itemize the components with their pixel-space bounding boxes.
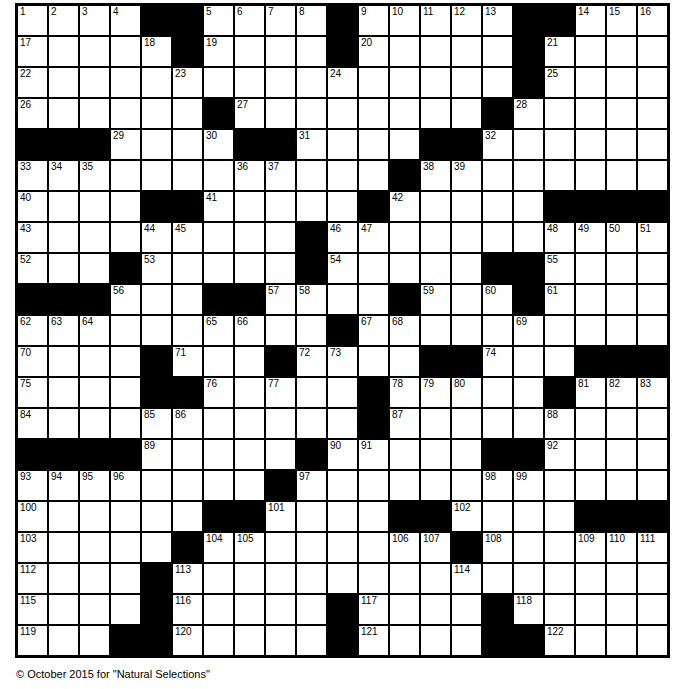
white-cell[interactable] [638, 316, 667, 345]
white-cell[interactable]: 79 [421, 378, 450, 407]
white-cell[interactable] [173, 502, 202, 531]
white-cell[interactable]: 53 [142, 254, 171, 283]
white-cell[interactable] [173, 99, 202, 128]
white-cell[interactable] [235, 192, 264, 221]
white-cell[interactable] [111, 37, 140, 66]
white-cell[interactable] [142, 285, 171, 314]
white-cell[interactable] [452, 626, 481, 655]
white-cell[interactable] [142, 99, 171, 128]
white-cell[interactable] [235, 564, 264, 593]
white-cell[interactable]: 41 [204, 192, 233, 221]
white-cell[interactable]: 114 [452, 564, 481, 593]
white-cell[interactable] [390, 347, 419, 376]
white-cell[interactable]: 113 [173, 564, 202, 593]
white-cell[interactable] [576, 68, 605, 97]
white-cell[interactable]: 1 [18, 6, 47, 35]
white-cell[interactable]: 15 [607, 6, 636, 35]
white-cell[interactable] [328, 533, 357, 562]
white-cell[interactable] [638, 409, 667, 438]
white-cell[interactable] [204, 471, 233, 500]
white-cell[interactable]: 52 [18, 254, 47, 283]
white-cell[interactable] [80, 192, 109, 221]
white-cell[interactable] [49, 347, 78, 376]
white-cell[interactable]: 118 [514, 595, 543, 624]
white-cell[interactable] [576, 409, 605, 438]
white-cell[interactable]: 39 [452, 161, 481, 190]
white-cell[interactable] [421, 192, 450, 221]
white-cell[interactable]: 91 [359, 440, 388, 469]
white-cell[interactable]: 58 [297, 285, 326, 314]
white-cell[interactable] [514, 533, 543, 562]
white-cell[interactable]: 30 [204, 130, 233, 159]
white-cell[interactable] [266, 595, 295, 624]
white-cell[interactable] [452, 440, 481, 469]
white-cell[interactable] [235, 254, 264, 283]
white-cell[interactable] [49, 502, 78, 531]
white-cell[interactable]: 64 [80, 316, 109, 345]
white-cell[interactable]: 63 [49, 316, 78, 345]
white-cell[interactable] [576, 37, 605, 66]
white-cell[interactable]: 2 [49, 6, 78, 35]
white-cell[interactable]: 59 [421, 285, 450, 314]
white-cell[interactable] [545, 130, 574, 159]
white-cell[interactable] [235, 223, 264, 252]
white-cell[interactable] [235, 68, 264, 97]
white-cell[interactable] [111, 192, 140, 221]
white-cell[interactable]: 9 [359, 6, 388, 35]
white-cell[interactable] [49, 533, 78, 562]
white-cell[interactable]: 35 [80, 161, 109, 190]
white-cell[interactable]: 56 [111, 285, 140, 314]
white-cell[interactable] [576, 99, 605, 128]
white-cell[interactable]: 11 [421, 6, 450, 35]
white-cell[interactable]: 75 [18, 378, 47, 407]
white-cell[interactable]: 5 [204, 6, 233, 35]
white-cell[interactable]: 16 [638, 6, 667, 35]
white-cell[interactable]: 50 [607, 223, 636, 252]
white-cell[interactable] [111, 378, 140, 407]
white-cell[interactable]: 73 [328, 347, 357, 376]
white-cell[interactable] [49, 254, 78, 283]
white-cell[interactable]: 105 [235, 533, 264, 562]
white-cell[interactable] [359, 254, 388, 283]
white-cell[interactable] [80, 533, 109, 562]
white-cell[interactable]: 48 [545, 223, 574, 252]
white-cell[interactable] [111, 564, 140, 593]
white-cell[interactable] [576, 595, 605, 624]
white-cell[interactable]: 49 [576, 223, 605, 252]
white-cell[interactable] [204, 161, 233, 190]
white-cell[interactable] [266, 564, 295, 593]
white-cell[interactable] [111, 533, 140, 562]
white-cell[interactable] [49, 192, 78, 221]
white-cell[interactable] [514, 223, 543, 252]
white-cell[interactable]: 108 [483, 533, 512, 562]
white-cell[interactable] [545, 316, 574, 345]
white-cell[interactable] [452, 99, 481, 128]
white-cell[interactable] [204, 595, 233, 624]
white-cell[interactable] [49, 409, 78, 438]
white-cell[interactable] [49, 68, 78, 97]
white-cell[interactable] [638, 285, 667, 314]
white-cell[interactable]: 100 [18, 502, 47, 531]
white-cell[interactable] [111, 409, 140, 438]
white-cell[interactable] [173, 254, 202, 283]
white-cell[interactable]: 94 [49, 471, 78, 500]
white-cell[interactable]: 61 [545, 285, 574, 314]
white-cell[interactable] [452, 37, 481, 66]
white-cell[interactable] [173, 161, 202, 190]
white-cell[interactable] [545, 161, 574, 190]
white-cell[interactable] [111, 316, 140, 345]
white-cell[interactable] [545, 533, 574, 562]
white-cell[interactable]: 55 [545, 254, 574, 283]
white-cell[interactable]: 71 [173, 347, 202, 376]
white-cell[interactable] [483, 378, 512, 407]
white-cell[interactable] [607, 471, 636, 500]
white-cell[interactable] [483, 409, 512, 438]
white-cell[interactable] [452, 316, 481, 345]
white-cell[interactable]: 25 [545, 68, 574, 97]
white-cell[interactable] [452, 68, 481, 97]
white-cell[interactable] [638, 130, 667, 159]
white-cell[interactable]: 110 [607, 533, 636, 562]
white-cell[interactable] [421, 254, 450, 283]
white-cell[interactable] [235, 471, 264, 500]
white-cell[interactable]: 43 [18, 223, 47, 252]
white-cell[interactable] [266, 626, 295, 655]
white-cell[interactable] [297, 316, 326, 345]
white-cell[interactable]: 120 [173, 626, 202, 655]
white-cell[interactable] [142, 161, 171, 190]
white-cell[interactable] [483, 37, 512, 66]
white-cell[interactable] [483, 502, 512, 531]
white-cell[interactable] [421, 37, 450, 66]
white-cell[interactable]: 83 [638, 378, 667, 407]
white-cell[interactable] [80, 378, 109, 407]
white-cell[interactable]: 90 [328, 440, 357, 469]
white-cell[interactable] [266, 254, 295, 283]
white-cell[interactable] [421, 68, 450, 97]
white-cell[interactable] [297, 626, 326, 655]
white-cell[interactable] [421, 595, 450, 624]
white-cell[interactable] [483, 316, 512, 345]
white-cell[interactable]: 60 [483, 285, 512, 314]
white-cell[interactable] [204, 223, 233, 252]
white-cell[interactable]: 87 [390, 409, 419, 438]
white-cell[interactable]: 111 [638, 533, 667, 562]
white-cell[interactable] [390, 130, 419, 159]
white-cell[interactable]: 7 [266, 6, 295, 35]
white-cell[interactable] [328, 192, 357, 221]
white-cell[interactable]: 119 [18, 626, 47, 655]
white-cell[interactable] [607, 99, 636, 128]
white-cell[interactable] [514, 564, 543, 593]
white-cell[interactable]: 72 [297, 347, 326, 376]
white-cell[interactable]: 28 [514, 99, 543, 128]
white-cell[interactable] [80, 595, 109, 624]
white-cell[interactable] [452, 471, 481, 500]
white-cell[interactable]: 88 [545, 409, 574, 438]
white-cell[interactable]: 57 [266, 285, 295, 314]
white-cell[interactable] [390, 68, 419, 97]
white-cell[interactable] [235, 626, 264, 655]
white-cell[interactable]: 40 [18, 192, 47, 221]
white-cell[interactable] [204, 254, 233, 283]
white-cell[interactable] [607, 626, 636, 655]
white-cell[interactable] [204, 626, 233, 655]
white-cell[interactable] [607, 254, 636, 283]
white-cell[interactable] [545, 347, 574, 376]
white-cell[interactable]: 65 [204, 316, 233, 345]
white-cell[interactable]: 22 [18, 68, 47, 97]
white-cell[interactable]: 81 [576, 378, 605, 407]
white-cell[interactable]: 77 [266, 378, 295, 407]
white-cell[interactable]: 122 [545, 626, 574, 655]
white-cell[interactable] [297, 192, 326, 221]
white-cell[interactable] [483, 223, 512, 252]
white-cell[interactable] [328, 99, 357, 128]
white-cell[interactable] [514, 502, 543, 531]
white-cell[interactable] [452, 595, 481, 624]
white-cell[interactable]: 4 [111, 6, 140, 35]
white-cell[interactable]: 13 [483, 6, 512, 35]
white-cell[interactable]: 37 [266, 161, 295, 190]
white-cell[interactable] [297, 378, 326, 407]
white-cell[interactable] [452, 192, 481, 221]
white-cell[interactable]: 10 [390, 6, 419, 35]
white-cell[interactable] [390, 254, 419, 283]
white-cell[interactable]: 27 [235, 99, 264, 128]
white-cell[interactable]: 12 [452, 6, 481, 35]
white-cell[interactable] [576, 440, 605, 469]
white-cell[interactable] [328, 285, 357, 314]
white-cell[interactable] [297, 37, 326, 66]
white-cell[interactable] [638, 99, 667, 128]
white-cell[interactable] [266, 37, 295, 66]
white-cell[interactable]: 74 [483, 347, 512, 376]
white-cell[interactable] [266, 440, 295, 469]
white-cell[interactable] [607, 68, 636, 97]
white-cell[interactable] [638, 564, 667, 593]
white-cell[interactable] [576, 471, 605, 500]
white-cell[interactable]: 115 [18, 595, 47, 624]
white-cell[interactable] [328, 130, 357, 159]
white-cell[interactable] [576, 254, 605, 283]
white-cell[interactable] [638, 595, 667, 624]
white-cell[interactable]: 33 [18, 161, 47, 190]
white-cell[interactable] [638, 440, 667, 469]
white-cell[interactable]: 85 [142, 409, 171, 438]
white-cell[interactable] [421, 409, 450, 438]
white-cell[interactable] [173, 130, 202, 159]
white-cell[interactable] [111, 223, 140, 252]
white-cell[interactable] [514, 130, 543, 159]
white-cell[interactable] [638, 471, 667, 500]
white-cell[interactable] [266, 192, 295, 221]
white-cell[interactable]: 96 [111, 471, 140, 500]
white-cell[interactable] [359, 285, 388, 314]
white-cell[interactable]: 109 [576, 533, 605, 562]
white-cell[interactable] [80, 564, 109, 593]
white-cell[interactable]: 62 [18, 316, 47, 345]
white-cell[interactable] [328, 564, 357, 593]
white-cell[interactable]: 3 [80, 6, 109, 35]
white-cell[interactable]: 104 [204, 533, 233, 562]
white-cell[interactable]: 31 [297, 130, 326, 159]
white-cell[interactable] [359, 533, 388, 562]
white-cell[interactable] [421, 564, 450, 593]
white-cell[interactable] [266, 533, 295, 562]
white-cell[interactable] [80, 99, 109, 128]
white-cell[interactable] [545, 595, 574, 624]
white-cell[interactable] [483, 68, 512, 97]
white-cell[interactable] [328, 502, 357, 531]
white-cell[interactable] [545, 471, 574, 500]
white-cell[interactable] [235, 409, 264, 438]
white-cell[interactable]: 45 [173, 223, 202, 252]
white-cell[interactable] [297, 409, 326, 438]
white-cell[interactable] [421, 99, 450, 128]
white-cell[interactable]: 89 [142, 440, 171, 469]
white-cell[interactable] [390, 99, 419, 128]
white-cell[interactable] [111, 161, 140, 190]
white-cell[interactable]: 26 [18, 99, 47, 128]
white-cell[interactable]: 20 [359, 37, 388, 66]
white-cell[interactable] [235, 378, 264, 407]
white-cell[interactable] [390, 471, 419, 500]
white-cell[interactable] [80, 347, 109, 376]
white-cell[interactable] [452, 285, 481, 314]
white-cell[interactable] [204, 347, 233, 376]
white-cell[interactable] [514, 161, 543, 190]
white-cell[interactable] [328, 409, 357, 438]
white-cell[interactable]: 84 [18, 409, 47, 438]
white-cell[interactable] [297, 564, 326, 593]
white-cell[interactable]: 14 [576, 6, 605, 35]
white-cell[interactable]: 98 [483, 471, 512, 500]
white-cell[interactable] [607, 564, 636, 593]
white-cell[interactable] [607, 37, 636, 66]
white-cell[interactable] [80, 626, 109, 655]
white-cell[interactable] [607, 161, 636, 190]
white-cell[interactable] [204, 564, 233, 593]
white-cell[interactable] [359, 564, 388, 593]
white-cell[interactable]: 6 [235, 6, 264, 35]
white-cell[interactable] [266, 99, 295, 128]
white-cell[interactable] [142, 130, 171, 159]
white-cell[interactable] [359, 99, 388, 128]
white-cell[interactable]: 32 [483, 130, 512, 159]
white-cell[interactable]: 76 [204, 378, 233, 407]
white-cell[interactable]: 38 [421, 161, 450, 190]
white-cell[interactable] [359, 68, 388, 97]
white-cell[interactable] [204, 440, 233, 469]
white-cell[interactable] [359, 471, 388, 500]
white-cell[interactable] [142, 68, 171, 97]
white-cell[interactable]: 69 [514, 316, 543, 345]
white-cell[interactable] [452, 409, 481, 438]
white-cell[interactable] [638, 161, 667, 190]
white-cell[interactable] [514, 409, 543, 438]
white-cell[interactable]: 99 [514, 471, 543, 500]
white-cell[interactable] [49, 595, 78, 624]
white-cell[interactable] [607, 316, 636, 345]
white-cell[interactable] [328, 378, 357, 407]
white-cell[interactable] [297, 533, 326, 562]
white-cell[interactable] [514, 347, 543, 376]
white-cell[interactable]: 23 [173, 68, 202, 97]
white-cell[interactable] [390, 37, 419, 66]
white-cell[interactable]: 112 [18, 564, 47, 593]
white-cell[interactable] [266, 223, 295, 252]
white-cell[interactable] [545, 564, 574, 593]
white-cell[interactable]: 46 [328, 223, 357, 252]
white-cell[interactable] [421, 626, 450, 655]
white-cell[interactable]: 117 [359, 595, 388, 624]
white-cell[interactable]: 95 [80, 471, 109, 500]
white-cell[interactable] [142, 316, 171, 345]
white-cell[interactable] [266, 68, 295, 97]
white-cell[interactable] [297, 595, 326, 624]
white-cell[interactable] [607, 285, 636, 314]
white-cell[interactable] [266, 409, 295, 438]
white-cell[interactable] [235, 595, 264, 624]
white-cell[interactable] [49, 564, 78, 593]
white-cell[interactable]: 107 [421, 533, 450, 562]
white-cell[interactable]: 80 [452, 378, 481, 407]
white-cell[interactable]: 93 [18, 471, 47, 500]
white-cell[interactable] [514, 192, 543, 221]
white-cell[interactable] [359, 347, 388, 376]
white-cell[interactable] [49, 378, 78, 407]
white-cell[interactable]: 18 [142, 37, 171, 66]
white-cell[interactable] [607, 130, 636, 159]
white-cell[interactable] [607, 440, 636, 469]
white-cell[interactable]: 54 [328, 254, 357, 283]
white-cell[interactable] [204, 409, 233, 438]
white-cell[interactable]: 106 [390, 533, 419, 562]
white-cell[interactable] [297, 502, 326, 531]
white-cell[interactable]: 121 [359, 626, 388, 655]
white-cell[interactable] [483, 192, 512, 221]
white-cell[interactable] [483, 564, 512, 593]
white-cell[interactable]: 68 [390, 316, 419, 345]
white-cell[interactable]: 86 [173, 409, 202, 438]
white-cell[interactable] [483, 161, 512, 190]
white-cell[interactable] [80, 502, 109, 531]
white-cell[interactable] [576, 161, 605, 190]
white-cell[interactable] [297, 99, 326, 128]
white-cell[interactable] [390, 440, 419, 469]
white-cell[interactable] [421, 316, 450, 345]
white-cell[interactable] [80, 37, 109, 66]
white-cell[interactable]: 116 [173, 595, 202, 624]
white-cell[interactable] [545, 502, 574, 531]
white-cell[interactable] [328, 471, 357, 500]
white-cell[interactable] [49, 37, 78, 66]
white-cell[interactable] [390, 626, 419, 655]
white-cell[interactable]: 51 [638, 223, 667, 252]
white-cell[interactable] [452, 223, 481, 252]
white-cell[interactable]: 101 [266, 502, 295, 531]
white-cell[interactable] [390, 223, 419, 252]
white-cell[interactable] [359, 161, 388, 190]
white-cell[interactable]: 29 [111, 130, 140, 159]
white-cell[interactable]: 44 [142, 223, 171, 252]
white-cell[interactable]: 36 [235, 161, 264, 190]
white-cell[interactable]: 97 [297, 471, 326, 500]
